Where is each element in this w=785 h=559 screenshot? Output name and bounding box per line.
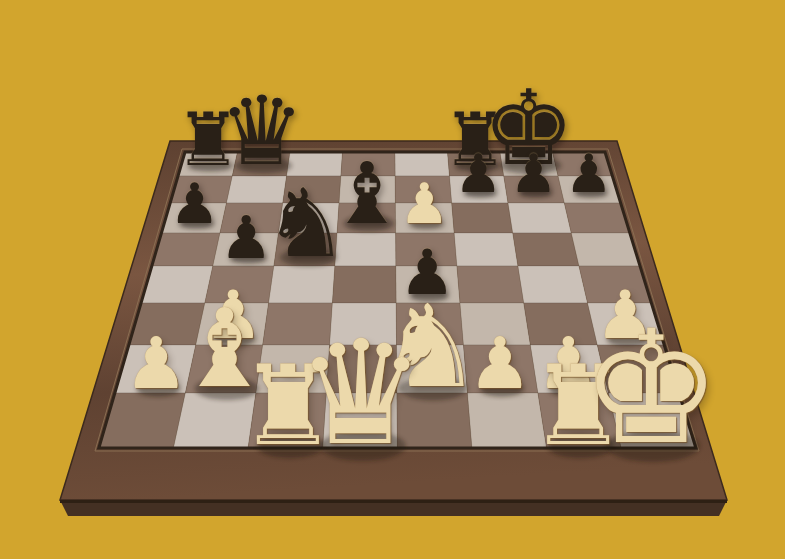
piece-black-pawn-h7[interactable]: ♟ <box>565 148 613 201</box>
square-f6[interactable] <box>452 203 513 233</box>
piece-white-queen-d1[interactable]: ♛ <box>296 321 425 465</box>
square-g6[interactable] <box>508 203 571 233</box>
scene: ♜♛♜♚♟♟♟♟♝♟♟♞♟♟♟♟♝♞♟♟♜♛♜♚ <box>0 0 785 559</box>
square-a5[interactable] <box>152 233 220 266</box>
square-f5[interactable] <box>454 233 518 266</box>
square-g4[interactable] <box>518 266 588 303</box>
piece-black-knight-c5[interactable]: ♞ <box>264 176 349 270</box>
piece-white-king-h1[interactable]: ♚ <box>581 310 721 466</box>
piece-black-queen-b8[interactable]: ♛ <box>219 84 304 179</box>
square-g5[interactable] <box>513 233 579 266</box>
piece-white-pawn-e6[interactable]: ♟ <box>399 176 449 232</box>
piece-black-pawn-g7[interactable]: ♟ <box>510 148 558 201</box>
piece-black-pawn-a6[interactable]: ♟ <box>169 176 219 232</box>
square-h5[interactable] <box>571 233 640 266</box>
piece-white-pawn-f2[interactable]: ♟ <box>468 328 532 399</box>
square-h6[interactable] <box>564 203 630 233</box>
piece-black-pawn-f7[interactable]: ♟ <box>454 148 502 201</box>
